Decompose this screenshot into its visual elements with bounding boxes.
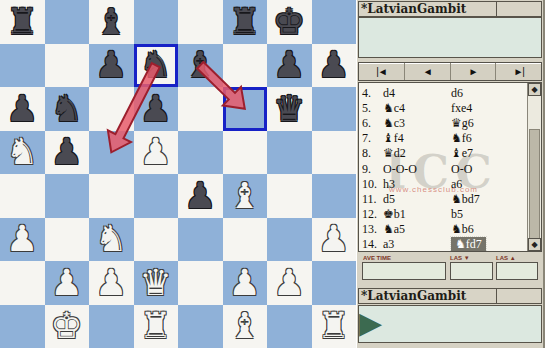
white-move[interactable]: a3 bbox=[383, 237, 451, 252]
move-row: 14.a3♞fd7 bbox=[362, 237, 486, 252]
titlebar-divider bbox=[496, 2, 497, 16]
nav-prev-button[interactable]: ◄ bbox=[405, 63, 451, 80]
bottom-pane-content[interactable] bbox=[358, 305, 542, 343]
board-square[interactable] bbox=[223, 44, 268, 88]
white-move[interactable]: ♞a5 bbox=[383, 222, 451, 237]
move-number[interactable]: 8. bbox=[362, 146, 383, 161]
piece-black-rook[interactable]: ♜ bbox=[0, 0, 45, 44]
black-move[interactable]: ♛g6 bbox=[451, 116, 474, 131]
piece-white-pawn[interactable]: ♟ bbox=[223, 261, 268, 305]
board-square[interactable] bbox=[0, 44, 45, 88]
scroll-up-button[interactable]: ◆ bbox=[528, 83, 541, 96]
piece-white-bishop[interactable]: ♝ bbox=[223, 174, 268, 218]
black-move[interactable]: fxe4 bbox=[451, 101, 472, 116]
board-square[interactable] bbox=[312, 0, 357, 44]
chess-board[interactable]: ♜♝♜♚♟♞♝♟♟♟♞♟♛♞♟♟♟♝♟♞♟♟♟♛♟♟♚♜♝♜ bbox=[0, 0, 356, 348]
board-square[interactable] bbox=[45, 44, 90, 88]
titlebar-divider bbox=[496, 289, 497, 303]
piece-black-bishop[interactable]: ♝ bbox=[178, 44, 223, 88]
chess-app-window: ♜♝♜♚♟♞♝♟♟♟♞♟♛♞♟♟♟♝♟♞♟♟♟♛♟♟♚♜♝♜ *LatvianG… bbox=[0, 0, 545, 348]
stat-field-las-up[interactable] bbox=[496, 262, 538, 280]
piece-black-rook[interactable]: ♜ bbox=[223, 0, 268, 44]
board-square[interactable] bbox=[0, 261, 45, 305]
top-pane-content[interactable] bbox=[358, 17, 542, 58]
piece-white-pawn[interactable]: ♟ bbox=[312, 218, 357, 262]
move-row: 8.♛d2♝e7 bbox=[362, 146, 473, 161]
nav-last-button[interactable]: ►| bbox=[496, 63, 541, 80]
piece-black-pawn[interactable]: ♟ bbox=[178, 174, 223, 218]
piece-white-king[interactable]: ♚ bbox=[45, 305, 90, 348]
scroll-down-button[interactable]: ◆ bbox=[528, 238, 541, 251]
move-number[interactable]: 9. bbox=[362, 162, 383, 177]
stat-label-las-up: LAS ▲ bbox=[496, 255, 516, 261]
stat-label-las-down: LAS ▼ bbox=[450, 255, 470, 261]
top-pane-title: *LatvianGambit bbox=[361, 2, 466, 16]
board-square[interactable] bbox=[134, 0, 179, 44]
white-move[interactable]: ♛d2 bbox=[383, 146, 451, 161]
board-square[interactable] bbox=[89, 87, 134, 131]
piece-black-pawn[interactable]: ♟ bbox=[267, 44, 312, 88]
last-move-highlight bbox=[223, 87, 268, 131]
move-number[interactable]: 14. bbox=[362, 237, 383, 252]
black-move[interactable]: a6 bbox=[451, 177, 462, 192]
move-number[interactable]: 13. bbox=[362, 222, 383, 237]
board-square[interactable] bbox=[267, 131, 312, 175]
move-row: 4.d4d6 bbox=[362, 86, 463, 101]
board-square[interactable] bbox=[45, 218, 90, 262]
move-number[interactable]: 4. bbox=[362, 86, 383, 101]
stat-label-ave-time: AVE TIME bbox=[363, 255, 391, 261]
board-square[interactable] bbox=[134, 218, 179, 262]
move-number[interactable]: 5. bbox=[362, 101, 383, 116]
board-square[interactable] bbox=[223, 218, 268, 262]
white-move[interactable]: d4 bbox=[383, 86, 451, 101]
board-square[interactable] bbox=[267, 174, 312, 218]
board-square[interactable] bbox=[45, 174, 90, 218]
black-move[interactable]: ♞f6 bbox=[451, 131, 472, 146]
piece-white-rook[interactable]: ♜ bbox=[312, 305, 357, 348]
back-arrow-icon: ◄ bbox=[423, 66, 432, 77]
skip-to-start-icon: |◄ bbox=[376, 66, 387, 77]
piece-white-pawn[interactable]: ♟ bbox=[89, 261, 134, 305]
bottom-pane-title: *LatvianGambit bbox=[361, 289, 466, 303]
move-list-scrollbar[interactable] bbox=[527, 83, 541, 251]
black-move selected-move[interactable]: ♞fd7 bbox=[451, 237, 486, 252]
forward-arrow-icon: ► bbox=[468, 66, 477, 77]
move-row: 11.d5♞bd7 bbox=[362, 192, 480, 207]
black-move[interactable]: O-O bbox=[451, 162, 472, 177]
board-square[interactable] bbox=[312, 261, 357, 305]
nav-next-button[interactable]: ► bbox=[451, 63, 497, 80]
black-move[interactable]: ♞bd7 bbox=[451, 192, 480, 207]
move-row: 5.♞c4fxe4 bbox=[362, 101, 472, 116]
white-move[interactable]: ♞c4 bbox=[383, 101, 451, 116]
board-square[interactable] bbox=[267, 218, 312, 262]
move-number[interactable]: 12. bbox=[362, 207, 383, 222]
diamond-icon: ◆ bbox=[531, 85, 537, 94]
white-move[interactable]: d5 bbox=[383, 192, 451, 207]
board-square[interactable] bbox=[312, 131, 357, 175]
black-move[interactable]: ♝e7 bbox=[451, 146, 473, 161]
move-number[interactable]: 7. bbox=[362, 131, 383, 146]
board-square[interactable] bbox=[0, 174, 45, 218]
board-square[interactable] bbox=[134, 174, 179, 218]
white-move[interactable]: h3 bbox=[383, 177, 451, 192]
piece-black-pawn[interactable]: ♟ bbox=[89, 44, 134, 88]
side-panel: *LatvianGambit |◄ ◄ ► ►| ICC www.chesscl… bbox=[356, 0, 545, 348]
white-move[interactable]: ♞c3 bbox=[383, 116, 451, 131]
piece-black-pawn[interactable]: ♟ bbox=[0, 87, 45, 131]
piece-black-bishop[interactable]: ♝ bbox=[89, 0, 134, 44]
nav-first-button[interactable]: |◄ bbox=[359, 63, 405, 80]
board-square[interactable] bbox=[223, 131, 268, 175]
board-square[interactable] bbox=[89, 131, 134, 175]
board-square[interactable] bbox=[312, 174, 357, 218]
board-square[interactable] bbox=[178, 218, 223, 262]
piece-black-pawn[interactable]: ♟ bbox=[134, 87, 179, 131]
board-square[interactable] bbox=[45, 0, 90, 44]
piece-white-pawn[interactable]: ♟ bbox=[267, 261, 312, 305]
top-pane-titlebar[interactable]: *LatvianGambit bbox=[358, 1, 542, 17]
scrollbar-thumb[interactable] bbox=[529, 129, 540, 243]
piece-black-pawn[interactable]: ♟ bbox=[312, 44, 357, 88]
move-number[interactable]: 10. bbox=[362, 177, 383, 192]
move-row: 10.h3a6 bbox=[362, 177, 462, 192]
piece-white-bishop[interactable]: ♝ bbox=[223, 305, 268, 348]
board-square[interactable] bbox=[178, 305, 223, 348]
board-square[interactable] bbox=[178, 0, 223, 44]
move-number[interactable]: 11. bbox=[362, 192, 383, 207]
move-row: 9.O-O-OO-O bbox=[362, 162, 472, 177]
diamond-icon: ◆ bbox=[531, 240, 537, 249]
piece-white-knight[interactable]: ♞ bbox=[0, 131, 45, 175]
move-list[interactable]: ICC www.chessclub.com 4.d4d65.♞c4fxe46.♞… bbox=[358, 82, 542, 252]
stat-field-las-down[interactable] bbox=[450, 262, 493, 280]
move-nav-bar: |◄ ◄ ► ►| bbox=[358, 62, 542, 81]
piece-white-queen[interactable]: ♛ bbox=[134, 261, 179, 305]
move-number[interactable]: 6. bbox=[362, 116, 383, 131]
move-row: 7.♝f4♞f6 bbox=[362, 131, 472, 146]
piece-black-knight[interactable]: ♞ bbox=[134, 44, 179, 88]
bottom-pane-titlebar[interactable]: *LatvianGambit bbox=[358, 288, 542, 304]
white-move[interactable]: O-O-O bbox=[383, 162, 451, 177]
piece-white-pawn[interactable]: ♟ bbox=[45, 261, 90, 305]
piece-white-knight[interactable]: ♞ bbox=[89, 218, 134, 262]
black-move[interactable]: b5 bbox=[451, 207, 463, 222]
white-move[interactable]: ♝f4 bbox=[383, 131, 451, 146]
piece-black-queen[interactable]: ♛ bbox=[267, 87, 312, 131]
piece-white-pawn[interactable]: ♟ bbox=[0, 218, 45, 262]
board-square[interactable] bbox=[89, 174, 134, 218]
piece-white-pawn[interactable]: ♟ bbox=[134, 131, 179, 175]
move-row: 6.♞c3♛g6 bbox=[362, 116, 474, 131]
board-square[interactable] bbox=[178, 261, 223, 305]
board-square[interactable] bbox=[267, 305, 312, 348]
stat-field-ave-time[interactable] bbox=[362, 262, 446, 280]
play-triangle-icon[interactable]: ▶ bbox=[359, 303, 382, 343]
skip-to-end-icon: ►| bbox=[513, 66, 524, 77]
move-row: 12.♚b1b5 bbox=[362, 207, 463, 222]
piece-black-knight[interactable]: ♞ bbox=[45, 87, 90, 131]
piece-black-pawn[interactable]: ♟ bbox=[45, 131, 90, 175]
piece-white-rook[interactable]: ♜ bbox=[134, 305, 179, 348]
board-square[interactable] bbox=[0, 305, 45, 348]
piece-black-king[interactable]: ♚ bbox=[267, 0, 312, 44]
white-move[interactable]: ♚b1 bbox=[383, 207, 451, 222]
board-square[interactable] bbox=[178, 87, 223, 131]
move-row: 13.♞a5♞b6 bbox=[362, 222, 474, 237]
board-square[interactable] bbox=[89, 305, 134, 348]
black-move[interactable]: d6 bbox=[451, 86, 463, 101]
board-square[interactable] bbox=[312, 87, 357, 131]
black-move[interactable]: ♞b6 bbox=[451, 222, 474, 237]
board-square[interactable] bbox=[178, 131, 223, 175]
